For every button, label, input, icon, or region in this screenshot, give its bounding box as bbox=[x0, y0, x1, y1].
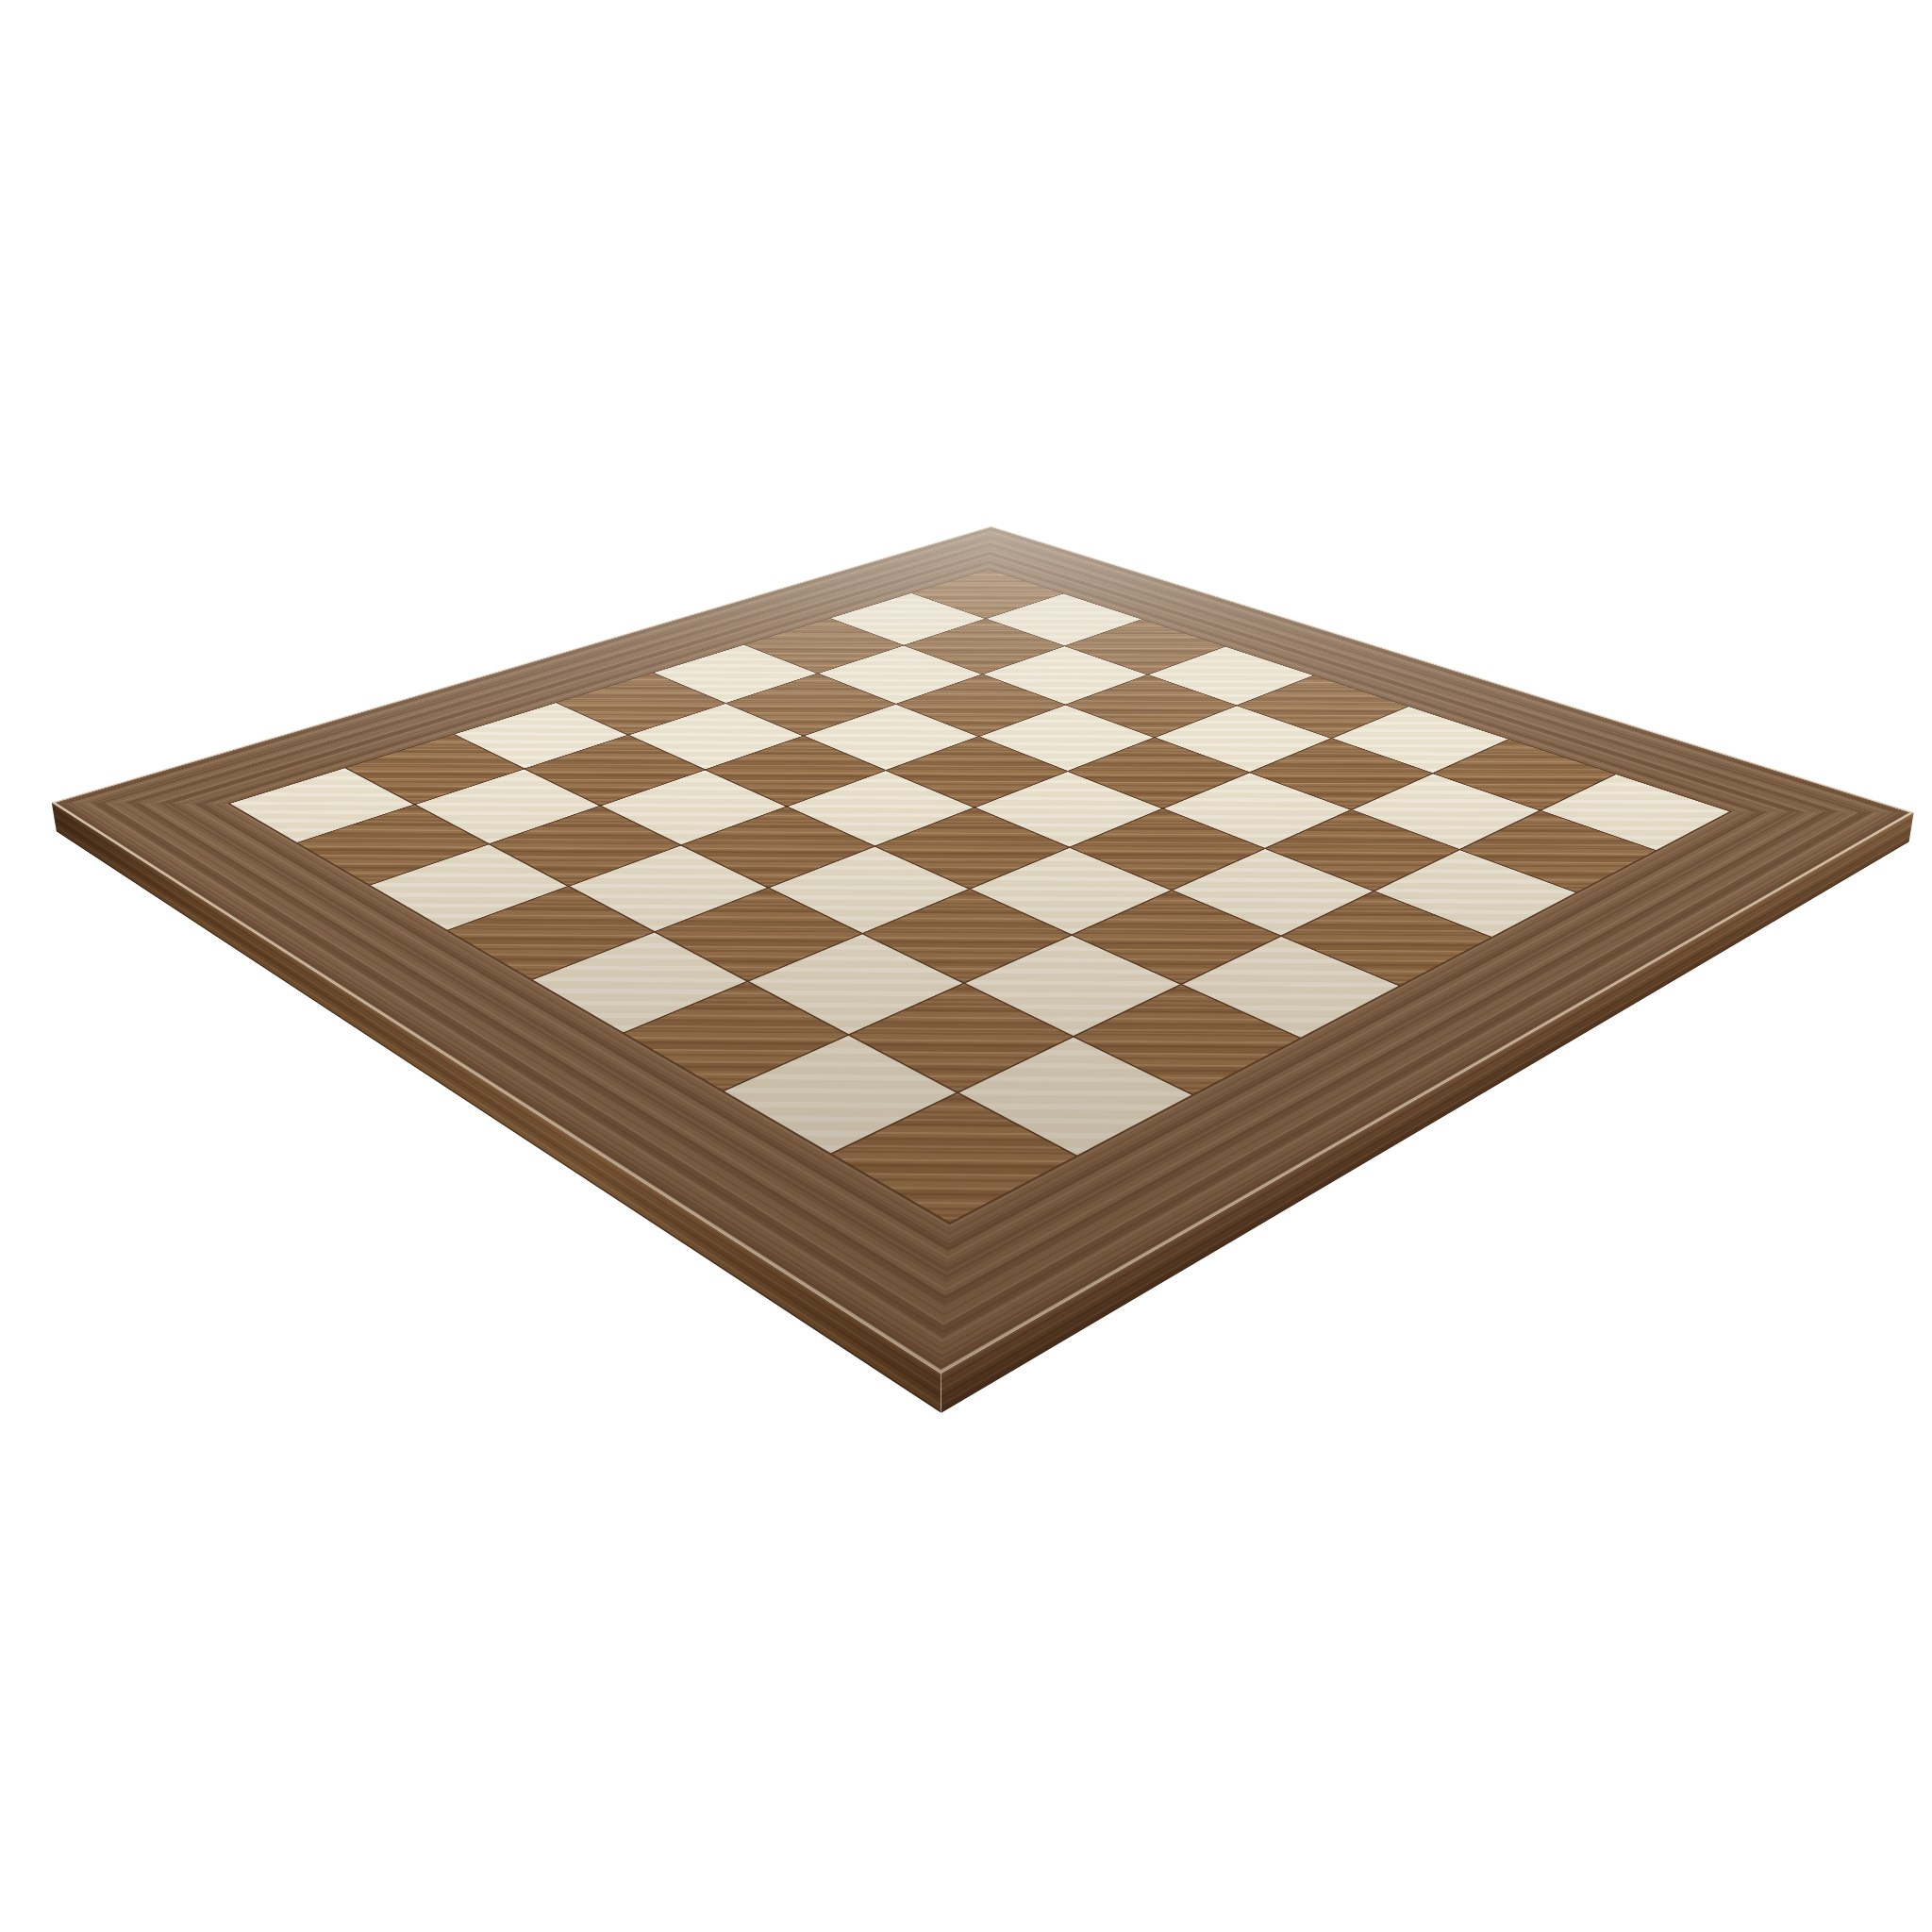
square-b6 bbox=[490, 806, 680, 885]
board-grid bbox=[227, 569, 1732, 1224]
square-d3 bbox=[971, 848, 1170, 934]
board-top-face bbox=[52, 526, 1914, 1374]
square-c5 bbox=[683, 808, 874, 888]
square-f2 bbox=[1266, 810, 1459, 891]
square-a7 bbox=[298, 805, 488, 884]
square-f1 bbox=[1375, 850, 1575, 937]
square-d1 bbox=[1183, 937, 1398, 1038]
scene bbox=[0, 0, 1932, 1932]
square-c1 bbox=[1075, 985, 1299, 1093]
square-a6 bbox=[371, 844, 567, 930]
chess-board bbox=[52, 526, 1914, 1374]
square-a2 bbox=[724, 1036, 957, 1154]
square-a1 bbox=[833, 1093, 1075, 1222]
square-e3 bbox=[1071, 809, 1263, 890]
square-b4 bbox=[656, 889, 860, 981]
square-b1 bbox=[959, 1038, 1192, 1156]
square-b2 bbox=[850, 984, 1073, 1092]
square-c4 bbox=[770, 847, 968, 933]
square-c2 bbox=[966, 936, 1180, 1036]
square-c3 bbox=[864, 890, 1070, 982]
square-a5 bbox=[449, 887, 654, 979]
square-d2 bbox=[1073, 891, 1279, 984]
square-b3 bbox=[749, 934, 962, 1034]
product-photo bbox=[0, 0, 1932, 1932]
square-g1 bbox=[1461, 811, 1655, 892]
square-a4 bbox=[533, 933, 746, 1033]
square-e2 bbox=[1173, 849, 1373, 936]
square-b5 bbox=[570, 845, 767, 931]
square-e1 bbox=[1283, 891, 1491, 985]
square-a3 bbox=[625, 982, 846, 1091]
square-d4 bbox=[876, 808, 1068, 889]
